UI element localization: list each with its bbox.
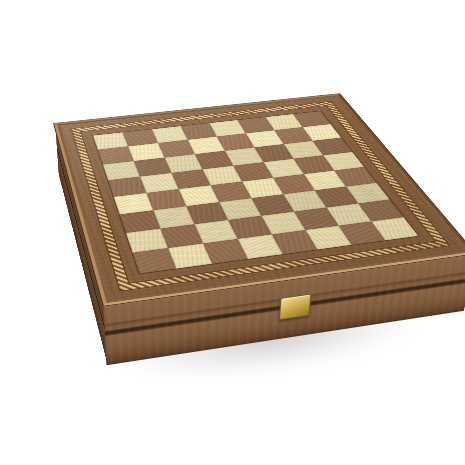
- brass-clasp: [278, 293, 311, 320]
- chess-box: [55, 118, 465, 336]
- product-photo-scene: [0, 0, 465, 465]
